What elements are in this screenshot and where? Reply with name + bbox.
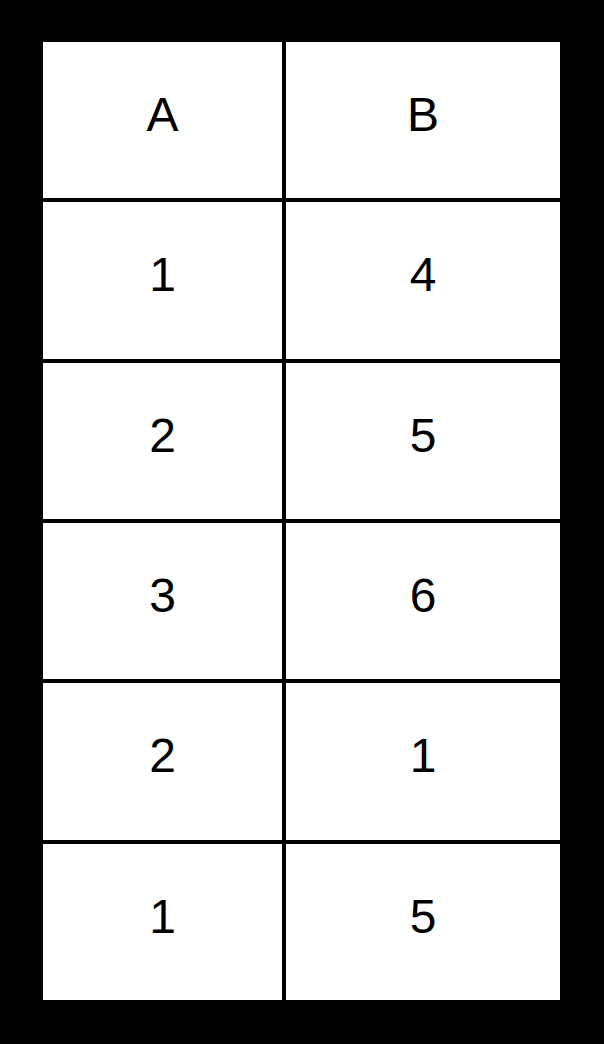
table-cell-r3-a: 3	[43, 523, 282, 679]
table-cell-r4-b: 1	[286, 683, 560, 839]
table-cell-r2-a: 2	[43, 363, 282, 519]
table-cell-r5-a: 1	[43, 844, 282, 1000]
header-cell-a: A	[43, 42, 282, 198]
table-cell-r1-b: 4	[286, 202, 560, 358]
table-cell-r3-b: 6	[286, 523, 560, 679]
table-cell-r5-b: 5	[286, 844, 560, 1000]
table-cell-r1-a: 1	[43, 202, 282, 358]
header-cell-b: B	[286, 42, 560, 198]
table-cell-r2-b: 5	[286, 363, 560, 519]
table-cell-r4-a: 2	[43, 683, 282, 839]
data-table: A B 1 4 2 5 3 6 2 1 1 5	[43, 42, 560, 1000]
page-background: { "game": "number-table", "position": "A…	[0, 0, 604, 1044]
